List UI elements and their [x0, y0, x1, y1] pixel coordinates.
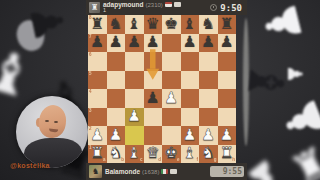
square-e5[interactable] — [162, 71, 181, 90]
square-f1[interactable]: ♝f — [181, 145, 200, 164]
square-g6[interactable] — [199, 52, 218, 71]
square-h1[interactable]: ♜h — [218, 145, 237, 164]
video-frame: ♟♝♝♜♟♝♟♟♜♟ @kostellka ♜ adapymound (2310… — [0, 0, 320, 180]
square-a3[interactable]: 3 — [88, 108, 107, 127]
white-piece-tip-right: ♟ — [285, 65, 305, 83]
square-d1[interactable]: ♛d — [144, 145, 163, 164]
webcam-person-eye-left — [45, 120, 49, 122]
bottom-player-avatar[interactable]: ♞ — [89, 165, 102, 178]
bottom-player-clock: 9:55 — [223, 167, 242, 176]
fallen-black-piece-base-disc — [13, 17, 48, 55]
square-c7[interactable]: ♟ — [125, 34, 144, 53]
square-h4[interactable] — [218, 89, 237, 108]
board: ♜8♞♝♛♚♝♞♜♟7♟♟♟♟♟♟654♟♟3♟♟2♟♟♟♟♜1a♞b♝c♛d♚… — [88, 15, 236, 163]
square-a4[interactable]: 4 — [88, 89, 107, 108]
square-b3[interactable] — [107, 108, 126, 127]
square-d4[interactable]: ♟ — [144, 89, 163, 108]
file-label-c: c — [140, 158, 143, 163]
file-label-d: d — [158, 158, 161, 163]
square-c5[interactable] — [125, 71, 144, 90]
square-c1[interactable]: ♝c — [125, 145, 144, 164]
rank-label-1: 1 — [89, 146, 92, 151]
file-label-g: g — [214, 158, 217, 163]
webcam-overlay — [16, 96, 88, 168]
square-a8[interactable]: ♜8 — [88, 15, 107, 34]
square-a5[interactable]: 5 — [88, 71, 107, 90]
rank-label-6: 6 — [89, 53, 92, 58]
board-area: ♜8♞♝♛♚♝♞♜♟7♟♟♟♟♟♟654♟♟3♟♟2♟♟♟♟♜1a♞b♝c♛d♚… — [88, 15, 236, 163]
clock-icon[interactable] — [210, 4, 217, 11]
white-piece-bottom-right: ♜ — [284, 140, 320, 180]
rank-label-8: 8 — [89, 16, 92, 21]
file-label-f: f — [197, 158, 199, 163]
piece-black-knight: ♞ — [199, 15, 218, 34]
square-d8[interactable]: ♛ — [144, 15, 163, 34]
square-g5[interactable] — [199, 71, 218, 90]
piece-black-pawn: ♟ — [144, 34, 163, 53]
rank-label-5: 5 — [89, 72, 92, 77]
piece-white-pawn: ♟ — [125, 108, 144, 127]
bottom-player-flag-badge — [161, 169, 168, 174]
square-b7[interactable]: ♟ — [107, 34, 126, 53]
white-piece-left-edge: ♝ — [0, 40, 41, 108]
square-f7[interactable]: ♟ — [181, 34, 200, 53]
piece-black-pawn: ♟ — [107, 34, 126, 53]
rank-label-2: 2 — [89, 127, 92, 132]
square-b6[interactable] — [107, 52, 126, 71]
avatar-piece-icon: ♜ — [91, 4, 98, 12]
square-b5[interactable] — [107, 71, 126, 90]
square-g3[interactable] — [199, 108, 218, 127]
file-label-a: a — [103, 158, 106, 163]
square-a7[interactable]: ♟7 — [88, 34, 107, 53]
square-c6[interactable] — [125, 52, 144, 71]
top-player-avatar[interactable]: ♜ — [89, 2, 100, 13]
piece-black-pawn: ♟ — [125, 34, 144, 53]
square-f6[interactable] — [181, 52, 200, 71]
square-h3[interactable] — [218, 108, 237, 127]
square-d5[interactable] — [144, 71, 163, 90]
piece-white-pawn: ♟ — [107, 126, 126, 145]
file-label-h: h — [232, 158, 235, 163]
piece-black-pawn: ♟ — [218, 34, 237, 53]
square-b8[interactable]: ♞ — [107, 15, 126, 34]
piece-black-bishop: ♝ — [125, 15, 144, 34]
square-f2[interactable]: ♟ — [181, 126, 200, 145]
white-pawn-top-right: ♟ — [255, 0, 310, 49]
file-label-b: b — [121, 158, 124, 163]
square-g1[interactable]: ♞g — [199, 145, 218, 164]
square-h7[interactable]: ♟ — [218, 34, 237, 53]
rank-label-3: 3 — [89, 109, 92, 114]
square-e1[interactable]: ♚e — [162, 145, 181, 164]
top-player-flag-badge — [165, 2, 172, 7]
top-player-clock: 9:50 — [220, 3, 242, 13]
piece-black-pawn: ♟ — [181, 34, 200, 53]
webcam-person-head — [37, 103, 68, 139]
square-d7[interactable]: ♟ — [144, 34, 163, 53]
square-f3[interactable] — [181, 108, 200, 127]
square-c2[interactable] — [125, 126, 144, 145]
bottom-player-badge — [170, 169, 177, 174]
square-c8[interactable]: ♝ — [125, 15, 144, 34]
piece-white-pawn: ♟ — [218, 126, 237, 145]
piece-black-pawn: ♟ — [144, 89, 163, 108]
square-e7[interactable] — [162, 34, 181, 53]
piece-white-pawn: ♟ — [162, 89, 181, 108]
black-bishop-right: ♝ — [240, 58, 292, 106]
piece-black-knight: ♞ — [107, 15, 126, 34]
top-player-bar: ♜ adapymound (2310) 1 9:50 — [86, 0, 247, 15]
square-e3[interactable] — [162, 108, 181, 127]
square-f8[interactable]: ♝ — [181, 15, 200, 34]
bottom-player-name[interactable]: Balamonde — [105, 168, 140, 175]
fallen-black-piece-top-left: ♟ — [22, 0, 71, 46]
chess-overlay-panel: ♜ adapymound (2310) 1 9:50 ♜8♞♝♛♚♝♞♜♟7♟♟… — [86, 0, 247, 180]
square-a2[interactable]: ♟2 — [88, 126, 107, 145]
rank-label-4: 4 — [89, 90, 92, 95]
square-h8[interactable]: ♜ — [218, 15, 237, 34]
white-piece-bottom-center: ♟ — [240, 152, 288, 180]
square-b4[interactable] — [107, 89, 126, 108]
square-f5[interactable] — [181, 71, 200, 90]
square-b2[interactable]: ♟ — [107, 126, 126, 145]
piece-black-bishop: ♝ — [181, 15, 200, 34]
square-d2[interactable] — [144, 126, 163, 145]
square-e6[interactable] — [162, 52, 181, 71]
square-h2[interactable]: ♟ — [218, 126, 237, 145]
top-player-badge — [174, 2, 181, 7]
white-pawn-lower-right: ♟ — [273, 91, 320, 149]
piece-white-pawn: ♟ — [199, 126, 218, 145]
bottom-player-rating: (1638) — [142, 169, 159, 175]
avatar-piece-icon: ♞ — [92, 168, 99, 176]
square-h6[interactable] — [218, 52, 237, 71]
piece-black-queen: ♛ — [144, 15, 163, 34]
piece-black-king: ♚ — [162, 15, 181, 34]
webcam-person-eye-right — [54, 121, 58, 123]
top-player-rating: (2310) — [145, 2, 162, 8]
square-e2[interactable] — [162, 126, 181, 145]
square-g8[interactable]: ♞ — [199, 15, 218, 34]
square-c4[interactable] — [125, 89, 144, 108]
file-label-e: e — [177, 158, 180, 163]
square-a1[interactable]: ♜1a — [88, 145, 107, 164]
bottom-player-clock-chip: 9:55 — [210, 166, 244, 177]
rank-label-7: 7 — [89, 35, 92, 40]
square-e8[interactable]: ♚ — [162, 15, 181, 34]
square-c3[interactable]: ♟ — [125, 108, 144, 127]
square-a6[interactable]: 6 — [88, 52, 107, 71]
square-e4[interactable]: ♟ — [162, 89, 181, 108]
piece-white-pawn: ♟ — [181, 126, 200, 145]
watermark: @kostellka — [10, 162, 50, 169]
bottom-player-bar: ♞ Balamonde (1638) 9:55 — [86, 163, 247, 180]
square-b1[interactable]: ♞b — [107, 145, 126, 164]
square-g4[interactable] — [199, 89, 218, 108]
piece-black-pawn: ♟ — [199, 34, 218, 53]
top-player-name[interactable]: adapymound — [103, 1, 143, 8]
square-g7[interactable]: ♟ — [199, 34, 218, 53]
square-h5[interactable] — [218, 71, 237, 90]
square-f4[interactable] — [181, 89, 200, 108]
square-d3[interactable] — [144, 108, 163, 127]
piece-black-rook: ♜ — [218, 15, 237, 34]
square-g2[interactable]: ♟ — [199, 126, 218, 145]
top-player-score: 1 — [103, 8, 181, 14]
square-d6[interactable] — [144, 52, 163, 71]
